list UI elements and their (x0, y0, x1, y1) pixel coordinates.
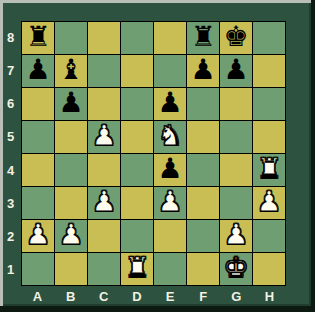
square-b6[interactable]: ♟ (55, 88, 87, 120)
black-rook: ♜ (190, 23, 215, 51)
black-pawn: ♟ (223, 56, 248, 84)
square-a1[interactable] (22, 253, 54, 285)
black-pawn: ♟ (58, 89, 83, 117)
square-a3[interactable] (22, 187, 54, 219)
rank-label: 4 (0, 154, 21, 187)
rank-label: 1 (0, 253, 21, 286)
square-d5[interactable] (121, 121, 153, 153)
square-e4[interactable]: ♟ (154, 154, 186, 186)
square-h6[interactable] (253, 88, 285, 120)
file-label: F (187, 287, 220, 306)
square-e3[interactable]: ♟ (154, 187, 186, 219)
square-h5[interactable] (253, 121, 285, 153)
white-rook: ♜ (256, 155, 281, 183)
square-d7[interactable] (121, 55, 153, 87)
file-label: B (54, 287, 87, 306)
rank-label: 3 (0, 187, 21, 220)
square-g6[interactable] (220, 88, 252, 120)
square-h3[interactable]: ♟ (253, 187, 285, 219)
square-d8[interactable] (121, 22, 153, 54)
black-rook: ♜ (25, 23, 50, 51)
rank-label: 6 (0, 87, 21, 120)
square-f1[interactable] (187, 253, 219, 285)
square-b1[interactable] (55, 253, 87, 285)
square-f5[interactable] (187, 121, 219, 153)
square-d2[interactable] (121, 220, 153, 252)
square-d1[interactable]: ♜ (121, 253, 153, 285)
square-h8[interactable] (253, 22, 285, 54)
square-e2[interactable] (154, 220, 186, 252)
square-a2[interactable]: ♟ (22, 220, 54, 252)
white-pawn: ♟ (25, 221, 50, 249)
square-e7[interactable] (154, 55, 186, 87)
square-b5[interactable] (55, 121, 87, 153)
square-a6[interactable] (22, 88, 54, 120)
file-label: H (253, 287, 286, 306)
rank-label: 7 (0, 54, 21, 87)
square-g8[interactable]: ♚ (220, 22, 252, 54)
square-e5[interactable]: ♞ (154, 121, 186, 153)
file-label: E (154, 287, 187, 306)
white-rook: ♜ (124, 254, 149, 282)
file-label: A (21, 287, 54, 306)
chess-board: ♜♜♚♟♝♟♟♟♟♟♞♟♜♟♟♟♟♟♟♜♚ (21, 21, 286, 286)
square-h1[interactable] (253, 253, 285, 285)
square-b8[interactable] (55, 22, 87, 54)
square-g3[interactable] (220, 187, 252, 219)
black-pawn: ♟ (25, 56, 50, 84)
white-pawn: ♟ (91, 122, 116, 150)
square-e8[interactable] (154, 22, 186, 54)
square-a5[interactable] (22, 121, 54, 153)
white-pawn: ♟ (223, 221, 248, 249)
square-f4[interactable] (187, 154, 219, 186)
square-g7[interactable]: ♟ (220, 55, 252, 87)
square-c5[interactable]: ♟ (88, 121, 120, 153)
square-h2[interactable] (253, 220, 285, 252)
black-bishop: ♝ (58, 56, 83, 84)
square-g4[interactable] (220, 154, 252, 186)
chessboard-window: 87654321 ♜♜♚♟♝♟♟♟♟♟♞♟♜♟♟♟♟♟♟♜♚ ABCDEFGH (0, 0, 315, 312)
white-pawn: ♟ (157, 188, 182, 216)
square-b7[interactable]: ♝ (55, 55, 87, 87)
square-c4[interactable] (88, 154, 120, 186)
square-b2[interactable]: ♟ (55, 220, 87, 252)
square-d6[interactable] (121, 88, 153, 120)
square-c8[interactable] (88, 22, 120, 54)
square-c2[interactable] (88, 220, 120, 252)
white-knight: ♞ (157, 122, 182, 150)
black-pawn: ♟ (190, 56, 215, 84)
square-a7[interactable]: ♟ (22, 55, 54, 87)
square-c6[interactable] (88, 88, 120, 120)
square-d4[interactable] (121, 154, 153, 186)
square-g1[interactable]: ♚ (220, 253, 252, 285)
square-g5[interactable] (220, 121, 252, 153)
square-a8[interactable]: ♜ (22, 22, 54, 54)
square-b4[interactable] (55, 154, 87, 186)
black-pawn: ♟ (157, 89, 182, 117)
square-f8[interactable]: ♜ (187, 22, 219, 54)
file-labels: ABCDEFGH (21, 287, 286, 306)
square-d3[interactable] (121, 187, 153, 219)
white-pawn: ♟ (256, 188, 281, 216)
black-king: ♚ (223, 23, 248, 51)
file-label: C (87, 287, 120, 306)
square-f6[interactable] (187, 88, 219, 120)
rank-label: 2 (0, 220, 21, 253)
square-f3[interactable] (187, 187, 219, 219)
square-f7[interactable]: ♟ (187, 55, 219, 87)
rank-label: 5 (0, 120, 21, 153)
white-pawn: ♟ (58, 221, 83, 249)
white-pawn: ♟ (91, 188, 116, 216)
square-e1[interactable] (154, 253, 186, 285)
file-label: D (120, 287, 153, 306)
square-c7[interactable] (88, 55, 120, 87)
rank-label: 8 (0, 21, 21, 54)
black-pawn: ♟ (157, 155, 182, 183)
square-e6[interactable]: ♟ (154, 88, 186, 120)
white-king: ♚ (223, 254, 248, 282)
square-c3[interactable]: ♟ (88, 187, 120, 219)
square-h7[interactable] (253, 55, 285, 87)
square-h4[interactable]: ♜ (253, 154, 285, 186)
square-a4[interactable] (22, 154, 54, 186)
square-c1[interactable] (88, 253, 120, 285)
rank-labels: 87654321 (0, 21, 21, 286)
square-f2[interactable] (187, 220, 219, 252)
square-b3[interactable] (55, 187, 87, 219)
file-label: G (220, 287, 253, 306)
square-g2[interactable]: ♟ (220, 220, 252, 252)
